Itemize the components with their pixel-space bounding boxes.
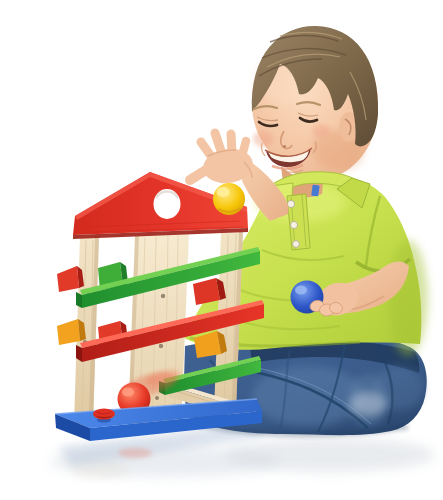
post-reflection (70, 462, 130, 478)
shirt-button (290, 221, 297, 228)
head (252, 26, 378, 180)
screenshot-root: Product photo: a smiling toddler boy in … (0, 0, 443, 500)
shirt-button (287, 200, 294, 207)
roof-hole (154, 189, 181, 219)
child-reflection (225, 438, 435, 472)
yellow-ball-highlight (217, 187, 230, 197)
red-ball-highlight (122, 388, 134, 397)
foot-hint (350, 392, 386, 416)
photo-canvas: Product photo: a smiling toddler boy in … (0, 0, 443, 500)
blue-ball-highlight (295, 286, 307, 295)
shirt-button (293, 241, 300, 248)
red-ball-reflection (118, 448, 152, 458)
cheek-blush (253, 131, 273, 147)
yellow-ball (213, 183, 245, 215)
cheek-blush (312, 124, 330, 138)
